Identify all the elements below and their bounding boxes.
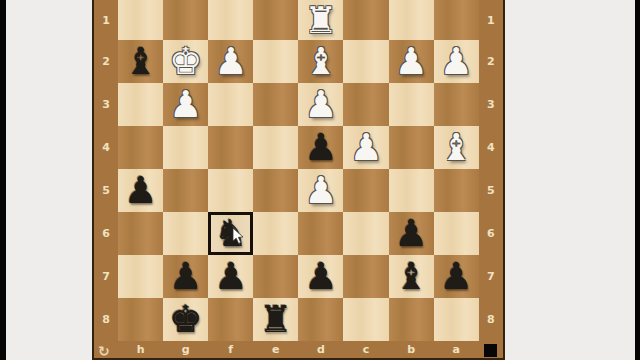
file-label-d: d	[298, 341, 343, 360]
black-pawn[interactable]: ♟	[163, 255, 208, 298]
chess-board: 11♜22♝♚♟♝♟♟33♟♟44♟♟♝55♟♟66♞♟77♟♟♟♝♟88♚♜↻…	[92, 0, 505, 360]
rank-label-right-5: 5	[479, 169, 503, 212]
rank-label-left-4: 4	[94, 126, 118, 169]
square-d5[interactable]: ♟	[298, 169, 343, 212]
square-e5[interactable]	[253, 169, 298, 212]
square-a4[interactable]: ♝	[434, 126, 479, 169]
square-c5[interactable]	[343, 169, 388, 212]
file-label-h: h	[118, 341, 163, 360]
square-e7[interactable]	[253, 255, 298, 298]
square-h8[interactable]	[118, 298, 163, 341]
square-e6[interactable]	[253, 212, 298, 255]
square-f8[interactable]	[208, 298, 253, 341]
black-to-move-indicator	[484, 344, 497, 357]
rank-label-left-3: 3	[94, 83, 118, 126]
square-f3[interactable]	[208, 83, 253, 126]
square-b1[interactable]	[389, 0, 434, 40]
rank-label-left-5: 5	[94, 169, 118, 212]
square-g2[interactable]: ♚	[163, 40, 208, 83]
square-b3[interactable]	[389, 83, 434, 126]
square-c3[interactable]	[343, 83, 388, 126]
black-pawn[interactable]: ♟	[118, 169, 163, 212]
flip-board-cell: ↻	[94, 341, 118, 360]
square-g7[interactable]: ♟	[163, 255, 208, 298]
black-pawn[interactable]: ♟	[298, 255, 343, 298]
square-f7[interactable]: ♟	[208, 255, 253, 298]
file-label-c: c	[343, 341, 388, 360]
square-f5[interactable]	[208, 169, 253, 212]
square-b6[interactable]: ♟	[389, 212, 434, 255]
rank-label-left-2: 2	[94, 40, 118, 83]
square-g5[interactable]	[163, 169, 208, 212]
rank-label-left-1: 1	[94, 0, 118, 40]
square-c6[interactable]	[343, 212, 388, 255]
square-a7[interactable]: ♟	[434, 255, 479, 298]
video-frame: 11♜22♝♚♟♝♟♟33♟♟44♟♟♝55♟♟66♞♟77♟♟♟♝♟88♚♜↻…	[0, 0, 640, 360]
black-bishop[interactable]: ♝	[118, 40, 163, 83]
square-f4[interactable]	[208, 126, 253, 169]
square-g8[interactable]: ♚	[163, 298, 208, 341]
file-label-g: g	[163, 341, 208, 360]
black-rook[interactable]: ♜	[253, 298, 298, 341]
white-king[interactable]: ♚	[163, 40, 208, 83]
square-b2[interactable]: ♟	[389, 40, 434, 83]
rank-label-right-4: 4	[479, 126, 503, 169]
file-label-e: e	[253, 341, 298, 360]
white-pawn[interactable]: ♟	[298, 83, 343, 126]
rank-label-right-1: 1	[479, 0, 503, 40]
white-bishop[interactable]: ♝	[298, 40, 343, 83]
square-a8[interactable]	[434, 298, 479, 341]
rank-label-right-6: 6	[479, 212, 503, 255]
white-rook[interactable]: ♜	[298, 0, 343, 40]
square-h5[interactable]: ♟	[118, 169, 163, 212]
square-c4[interactable]: ♟	[343, 126, 388, 169]
black-pawn[interactable]: ♟	[434, 255, 479, 298]
letterbox-bar-left	[0, 0, 6, 360]
square-h6[interactable]	[118, 212, 163, 255]
rank-label-left-6: 6	[94, 212, 118, 255]
square-b7[interactable]: ♝	[389, 255, 434, 298]
square-c8[interactable]	[343, 298, 388, 341]
rank-label-right-2: 2	[479, 40, 503, 83]
file-label-a: a	[434, 341, 479, 360]
white-pawn[interactable]: ♟	[163, 83, 208, 126]
white-pawn[interactable]: ♟	[434, 40, 479, 83]
black-pawn[interactable]: ♟	[389, 212, 434, 255]
square-a2[interactable]: ♟	[434, 40, 479, 83]
black-knight[interactable]: ♞	[208, 212, 253, 255]
black-king[interactable]: ♚	[163, 298, 208, 341]
square-f1[interactable]	[208, 0, 253, 40]
square-g6[interactable]	[163, 212, 208, 255]
square-e2[interactable]	[253, 40, 298, 83]
square-c2[interactable]	[343, 40, 388, 83]
white-bishop[interactable]: ♝	[434, 126, 479, 169]
square-d7[interactable]: ♟	[298, 255, 343, 298]
white-pawn[interactable]: ♟	[389, 40, 434, 83]
square-e3[interactable]	[253, 83, 298, 126]
square-a5[interactable]	[434, 169, 479, 212]
rank-label-right-7: 7	[479, 255, 503, 298]
square-d6[interactable]	[298, 212, 343, 255]
square-d4[interactable]: ♟	[298, 126, 343, 169]
square-c7[interactable]	[343, 255, 388, 298]
black-pawn[interactable]: ♟	[298, 126, 343, 169]
square-e4[interactable]	[253, 126, 298, 169]
square-a6[interactable]	[434, 212, 479, 255]
square-h7[interactable]	[118, 255, 163, 298]
rank-label-right-3: 3	[479, 83, 503, 126]
square-e8[interactable]: ♜	[253, 298, 298, 341]
square-c1[interactable]	[343, 0, 388, 40]
square-h3[interactable]	[118, 83, 163, 126]
rank-label-left-8: 8	[94, 298, 118, 341]
file-label-f: f	[208, 341, 253, 360]
square-f2[interactable]: ♟	[208, 40, 253, 83]
square-a1[interactable]	[434, 0, 479, 40]
square-g3[interactable]: ♟	[163, 83, 208, 126]
square-b8[interactable]	[389, 298, 434, 341]
square-d3[interactable]: ♟	[298, 83, 343, 126]
black-bishop[interactable]: ♝	[389, 255, 434, 298]
rank-label-right-8: 8	[479, 298, 503, 341]
file-label-b: b	[389, 341, 434, 360]
flip-board-icon[interactable]: ↻	[98, 344, 110, 358]
square-h4[interactable]	[118, 126, 163, 169]
square-h1[interactable]	[118, 0, 163, 40]
square-e1[interactable]	[253, 0, 298, 40]
square-h2[interactable]: ♝	[118, 40, 163, 83]
square-g4[interactable]	[163, 126, 208, 169]
letterbox-bar-right	[635, 0, 640, 360]
square-d1[interactable]: ♜	[298, 0, 343, 40]
square-d8[interactable]	[298, 298, 343, 341]
square-a3[interactable]	[434, 83, 479, 126]
square-f6[interactable]: ♞	[208, 212, 253, 255]
black-pawn[interactable]: ♟	[208, 255, 253, 298]
white-pawn[interactable]: ♟	[208, 40, 253, 83]
white-pawn[interactable]: ♟	[298, 169, 343, 212]
square-d2[interactable]: ♝	[298, 40, 343, 83]
square-g1[interactable]	[163, 0, 208, 40]
rank-label-left-7: 7	[94, 255, 118, 298]
white-pawn[interactable]: ♟	[343, 126, 388, 169]
square-b5[interactable]	[389, 169, 434, 212]
square-b4[interactable]	[389, 126, 434, 169]
turn-indicator-cell	[479, 341, 503, 360]
